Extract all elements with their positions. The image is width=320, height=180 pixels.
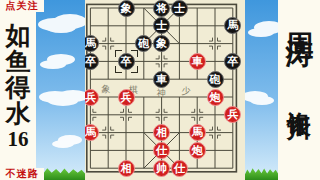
piece-red-仕[interactable]: 仕 bbox=[153, 142, 170, 159]
piece-red-相[interactable]: 相 bbox=[118, 160, 135, 177]
piece-black-将[interactable]: 将 bbox=[153, 0, 170, 17]
piece-black-車[interactable]: 車 bbox=[153, 71, 170, 88]
piece-black-砲[interactable]: 砲 bbox=[207, 71, 224, 88]
piece-red-炮[interactable]: 炮 bbox=[189, 142, 206, 159]
piece-black-卒[interactable]: 卒 bbox=[118, 53, 135, 70]
piece-red-炮[interactable]: 炮 bbox=[207, 89, 224, 106]
subscribe-banner-bottom: 不迷路 bbox=[0, 168, 44, 180]
river-text-char: 神 bbox=[157, 87, 166, 100]
cloud bbox=[46, 22, 76, 33]
piece-red-帅[interactable]: 帅 bbox=[153, 160, 170, 177]
piece-red-仕[interactable]: 仕 bbox=[171, 160, 188, 177]
player-name-bottom: 许银川 bbox=[283, 92, 315, 98]
subscribe-banner-top: 点关注 bbox=[0, 0, 44, 12]
cloud bbox=[40, 60, 66, 69]
piece-black-象[interactable]: 象 bbox=[118, 0, 135, 17]
piece-red-馬[interactable]: 馬 bbox=[189, 124, 206, 141]
piece-black-士[interactable]: 士 bbox=[171, 0, 188, 17]
title-char: 水 bbox=[6, 101, 31, 127]
cloud bbox=[52, 140, 74, 148]
video-title: 如鱼得水 bbox=[6, 23, 31, 127]
piece-red-車[interactable]: 車 bbox=[189, 53, 206, 70]
title-char: 得 bbox=[6, 75, 31, 101]
title-char: 鱼 bbox=[6, 49, 31, 75]
title-char: 如 bbox=[6, 23, 31, 49]
piece-red-兵[interactable]: 兵 bbox=[118, 89, 135, 106]
cloud bbox=[250, 96, 274, 105]
right-players-panel: 周涛 许银川 bbox=[278, 0, 320, 180]
cloud bbox=[48, 96, 78, 106]
cloud bbox=[248, 28, 274, 37]
thumbnail: 如鱼得水 16 点关注 不迷路 象棋神少 象将士士馬馬砲象卒卒卒車砲車兵兵炮兵馬… bbox=[0, 0, 320, 180]
xiangqi-board: 象棋神少 象将士士馬馬砲象卒卒卒車砲車兵兵炮兵馬相馬炮仕相帅仕 bbox=[85, 0, 245, 180]
left-title-panel: 如鱼得水 16 bbox=[0, 0, 36, 180]
player-name-top: 周涛 bbox=[280, 10, 318, 24]
piece-red-兵[interactable]: 兵 bbox=[85, 89, 99, 106]
episode-number: 16 bbox=[8, 128, 29, 150]
river-text-char: 象 bbox=[102, 83, 111, 96]
river-text-char: 少 bbox=[182, 85, 191, 98]
